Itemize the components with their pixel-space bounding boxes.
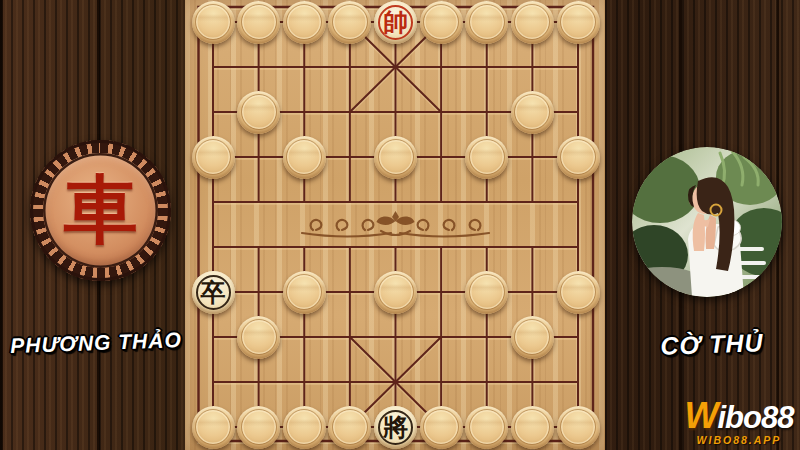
piece-hidden[interactable] — [420, 1, 463, 44]
piece-black-soldier[interactable]: 卒 — [192, 271, 235, 314]
piece-hidden[interactable] — [192, 406, 235, 449]
chariot-medallion-face: 車 — [43, 153, 158, 268]
piece-black-general[interactable]: 將 — [374, 406, 417, 449]
piece-hidden[interactable] — [511, 316, 554, 359]
board-grid — [185, 0, 605, 450]
piece-hidden[interactable] — [328, 406, 371, 449]
piece-hidden[interactable] — [557, 1, 600, 44]
player-avatar — [632, 147, 782, 297]
brand-name: Wibo88 — [680, 398, 798, 434]
piece-hidden[interactable] — [192, 136, 235, 179]
player-name-right: CỜ THỦ — [622, 327, 800, 362]
piece-hidden[interactable] — [237, 1, 280, 44]
piece-hidden[interactable] — [557, 271, 600, 314]
piece-hidden[interactable] — [283, 1, 326, 44]
red-general-glyph: 帥 — [374, 1, 417, 44]
piece-hidden[interactable] — [283, 406, 326, 449]
piece-hidden[interactable] — [557, 406, 600, 449]
piece-hidden[interactable] — [237, 406, 280, 449]
piece-red-general[interactable]: 帥 — [374, 1, 417, 44]
chariot-glyph: 車 — [64, 161, 138, 261]
black-soldier-glyph: 卒 — [192, 271, 235, 314]
piece-hidden[interactable] — [374, 271, 417, 314]
chariot-medallion: 車 — [30, 140, 171, 281]
brand-watermark: Wibo88 WIBO88.APP — [680, 398, 798, 446]
piece-hidden[interactable] — [511, 406, 554, 449]
thumbnail-stage: 帥卒將 車 — [0, 0, 800, 450]
piece-hidden[interactable] — [237, 316, 280, 359]
piece-hidden[interactable] — [328, 1, 371, 44]
piece-hidden[interactable] — [465, 271, 508, 314]
black-general-glyph: 將 — [374, 406, 417, 449]
brand-initial: W — [685, 395, 718, 436]
xiangqi-board: 帥卒將 — [185, 0, 605, 450]
piece-hidden[interactable] — [465, 1, 508, 44]
piece-hidden[interactable] — [557, 136, 600, 179]
piece-hidden[interactable] — [283, 136, 326, 179]
river-ornament — [302, 211, 489, 237]
brand-domain: WIBO88.APP — [680, 435, 798, 446]
piece-hidden[interactable] — [192, 1, 235, 44]
piece-hidden[interactable] — [511, 91, 554, 134]
piece-hidden[interactable] — [465, 406, 508, 449]
brand-rest: ibo88 — [718, 400, 794, 435]
player-name-left: PHƯƠNG THẢO — [0, 328, 192, 359]
player-photo-illustration — [632, 147, 782, 297]
piece-hidden[interactable] — [511, 1, 554, 44]
piece-hidden[interactable] — [237, 91, 280, 134]
piece-hidden[interactable] — [420, 406, 463, 449]
piece-hidden[interactable] — [374, 136, 417, 179]
piece-hidden[interactable] — [283, 271, 326, 314]
piece-hidden[interactable] — [465, 136, 508, 179]
